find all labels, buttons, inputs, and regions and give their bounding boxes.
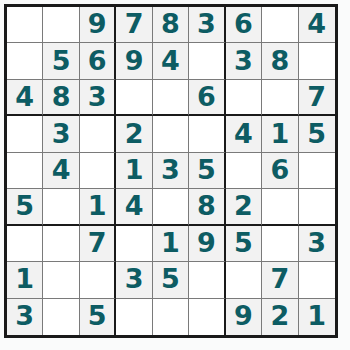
cell-r7c4[interactable]: [116, 226, 152, 262]
cell-r2c1[interactable]: [7, 43, 43, 79]
cell-r6c8[interactable]: [262, 189, 298, 225]
given-digit: 3: [15, 302, 34, 329]
given-digit: 2: [125, 120, 144, 147]
cell-r8c2[interactable]: [43, 262, 79, 298]
given-digit: 1: [161, 229, 180, 256]
cell-r6c7: 2: [226, 189, 262, 225]
given-digit: 8: [52, 83, 71, 110]
cell-r8c1: 1: [7, 262, 43, 298]
given-digit: 5: [88, 302, 107, 329]
cell-r3c4[interactable]: [116, 80, 152, 116]
cell-r3c3: 3: [80, 80, 116, 116]
cell-r4c9: 5: [299, 116, 335, 152]
given-digit: 7: [125, 10, 144, 37]
cell-r5c5: 3: [153, 153, 189, 189]
cell-r7c8[interactable]: [262, 226, 298, 262]
cell-r9c7: 9: [226, 299, 262, 335]
given-digit: 6: [270, 156, 289, 183]
cell-r5c7[interactable]: [226, 153, 262, 189]
cell-r2c5: 4: [153, 43, 189, 79]
cell-r2c9[interactable]: [299, 43, 335, 79]
given-digit: 4: [234, 120, 253, 147]
given-digit: 1: [307, 302, 326, 329]
cell-r6c9[interactable]: [299, 189, 335, 225]
cell-r7c9: 3: [299, 226, 335, 262]
cell-r8c8: 7: [262, 262, 298, 298]
cell-r9c5[interactable]: [153, 299, 189, 335]
cell-r1c5: 8: [153, 7, 189, 43]
given-digit: 5: [161, 265, 180, 292]
cell-r2c2: 5: [43, 43, 79, 79]
sudoku-board: 9783645694384836732415413565148271953135…: [4, 4, 338, 338]
cell-r5c2: 4: [43, 153, 79, 189]
cell-r5c3[interactable]: [80, 153, 116, 189]
cell-r5c8: 6: [262, 153, 298, 189]
cell-r2c8: 8: [262, 43, 298, 79]
cell-r9c8: 2: [262, 299, 298, 335]
cell-r3c7[interactable]: [226, 80, 262, 116]
cell-r7c7: 5: [226, 226, 262, 262]
cell-r6c2[interactable]: [43, 189, 79, 225]
cell-r3c5[interactable]: [153, 80, 189, 116]
given-digit: 4: [15, 83, 34, 110]
page: { "game": "sudoku", "position": "..97836…: [0, 0, 350, 350]
cell-r6c1: 5: [7, 189, 43, 225]
cell-r1c1[interactable]: [7, 7, 43, 43]
cell-r7c2[interactable]: [43, 226, 79, 262]
cell-r1c9: 4: [299, 7, 335, 43]
given-digit: 6: [234, 10, 253, 37]
given-digit: 3: [307, 229, 326, 256]
given-digit: 3: [234, 47, 253, 74]
cell-r7c3: 7: [80, 226, 116, 262]
given-digit: 5: [15, 192, 34, 219]
cell-r9c3: 5: [80, 299, 116, 335]
given-digit: 1: [15, 265, 34, 292]
cell-r4c6[interactable]: [189, 116, 225, 152]
given-digit: 3: [88, 83, 107, 110]
cell-r8c9[interactable]: [299, 262, 335, 298]
cell-r1c2[interactable]: [43, 7, 79, 43]
given-digit: 3: [52, 120, 71, 147]
given-digit: 6: [197, 83, 216, 110]
given-digit: 8: [161, 10, 180, 37]
given-digit: 5: [52, 47, 71, 74]
cell-r6c6: 8: [189, 189, 225, 225]
given-digit: 6: [88, 47, 107, 74]
given-digit: 7: [270, 265, 289, 292]
cell-r8c4: 3: [116, 262, 152, 298]
given-digit: 1: [88, 192, 107, 219]
given-digit: 9: [234, 302, 253, 329]
cell-r5c4: 1: [116, 153, 152, 189]
cell-r4c2: 3: [43, 116, 79, 152]
cell-r5c6: 5: [189, 153, 225, 189]
given-digit: 5: [307, 120, 326, 147]
given-digit: 5: [197, 156, 216, 183]
given-digit: 9: [197, 229, 216, 256]
cell-r8c5: 5: [153, 262, 189, 298]
cell-r4c3[interactable]: [80, 116, 116, 152]
cell-r8c6[interactable]: [189, 262, 225, 298]
cell-r2c6[interactable]: [189, 43, 225, 79]
cell-r4c5[interactable]: [153, 116, 189, 152]
cell-r1c3: 9: [80, 7, 116, 43]
cell-r1c8[interactable]: [262, 7, 298, 43]
cell-r2c4: 9: [116, 43, 152, 79]
given-digit: 3: [125, 265, 144, 292]
cell-r7c5: 1: [153, 226, 189, 262]
cell-r6c3: 1: [80, 189, 116, 225]
given-digit: 3: [161, 156, 180, 183]
cell-r6c4: 4: [116, 189, 152, 225]
cell-r3c9: 7: [299, 80, 335, 116]
cell-r9c2[interactable]: [43, 299, 79, 335]
cell-r4c1[interactable]: [7, 116, 43, 152]
cell-r3c6: 6: [189, 80, 225, 116]
cell-r4c7: 4: [226, 116, 262, 152]
given-digit: 3: [197, 10, 216, 37]
given-digit: 7: [307, 83, 326, 110]
cell-r1c6: 3: [189, 7, 225, 43]
cell-r3c2: 8: [43, 80, 79, 116]
given-digit: 4: [52, 156, 71, 183]
given-digit: 8: [197, 192, 216, 219]
given-digit: 2: [234, 192, 253, 219]
cell-r1c7: 6: [226, 7, 262, 43]
cell-r8c3[interactable]: [80, 262, 116, 298]
given-digit: 7: [88, 229, 107, 256]
given-digit: 4: [161, 47, 180, 74]
given-digit: 5: [234, 229, 253, 256]
cell-r8c7[interactable]: [226, 262, 262, 298]
cell-r1c4: 7: [116, 7, 152, 43]
given-digit: 4: [307, 10, 326, 37]
cell-r4c4: 2: [116, 116, 152, 152]
given-digit: 1: [125, 156, 144, 183]
cell-r3c8[interactable]: [262, 80, 298, 116]
cell-r9c9: 1: [299, 299, 335, 335]
cell-r5c1[interactable]: [7, 153, 43, 189]
cell-r5c9[interactable]: [299, 153, 335, 189]
cell-r9c6[interactable]: [189, 299, 225, 335]
given-digit: 8: [270, 47, 289, 74]
given-digit: 2: [270, 302, 289, 329]
cell-r2c7: 3: [226, 43, 262, 79]
cell-r4c8: 1: [262, 116, 298, 152]
given-digit: 1: [270, 120, 289, 147]
given-digit: 9: [88, 10, 107, 37]
cell-r7c1[interactable]: [7, 226, 43, 262]
cell-r9c4[interactable]: [116, 299, 152, 335]
given-digit: 4: [125, 192, 144, 219]
cell-r2c3: 6: [80, 43, 116, 79]
cell-r9c1: 3: [7, 299, 43, 335]
cell-r3c1: 4: [7, 80, 43, 116]
cell-r6c5[interactable]: [153, 189, 189, 225]
given-digit: 9: [125, 47, 144, 74]
cell-r7c6: 9: [189, 226, 225, 262]
